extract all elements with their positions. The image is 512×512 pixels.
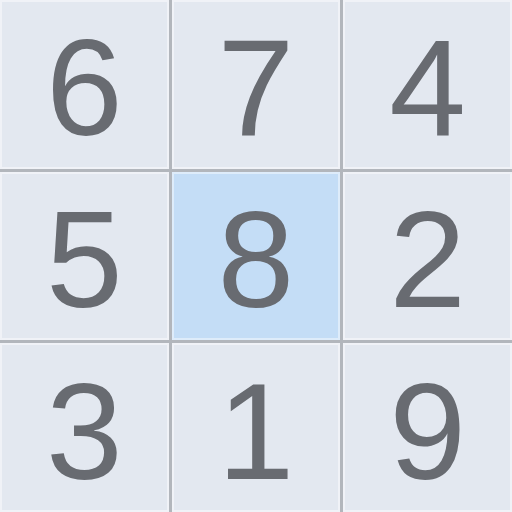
sudoku-cell-r1c2[interactable]: 2 [343, 172, 512, 341]
sudoku-cell-r0c1[interactable]: 7 [172, 0, 341, 169]
cell-digit: 9 [389, 362, 466, 500]
cell-digit: 4 [389, 18, 466, 156]
cell-digit: 8 [218, 190, 295, 328]
sudoku-cell-r2c1[interactable]: 1 [172, 343, 341, 512]
sudoku-cell-r1c1-selected[interactable]: 8 [172, 172, 341, 341]
sudoku-cell-r2c0[interactable]: 3 [0, 343, 169, 512]
cell-digit: 6 [46, 18, 123, 156]
cell-digit: 7 [218, 18, 295, 156]
sudoku-cell-r0c2[interactable]: 4 [343, 0, 512, 169]
sudoku-cell-r0c0[interactable]: 6 [0, 0, 169, 169]
sudoku-board: 6 7 4 5 8 2 3 1 9 [0, 0, 512, 512]
sudoku-cell-r2c2[interactable]: 9 [343, 343, 512, 512]
cell-digit: 2 [389, 190, 466, 328]
cell-digit: 5 [46, 190, 123, 328]
sudoku-cell-r1c0[interactable]: 5 [0, 172, 169, 341]
cell-digit: 1 [218, 362, 295, 500]
cell-digit: 3 [46, 362, 123, 500]
